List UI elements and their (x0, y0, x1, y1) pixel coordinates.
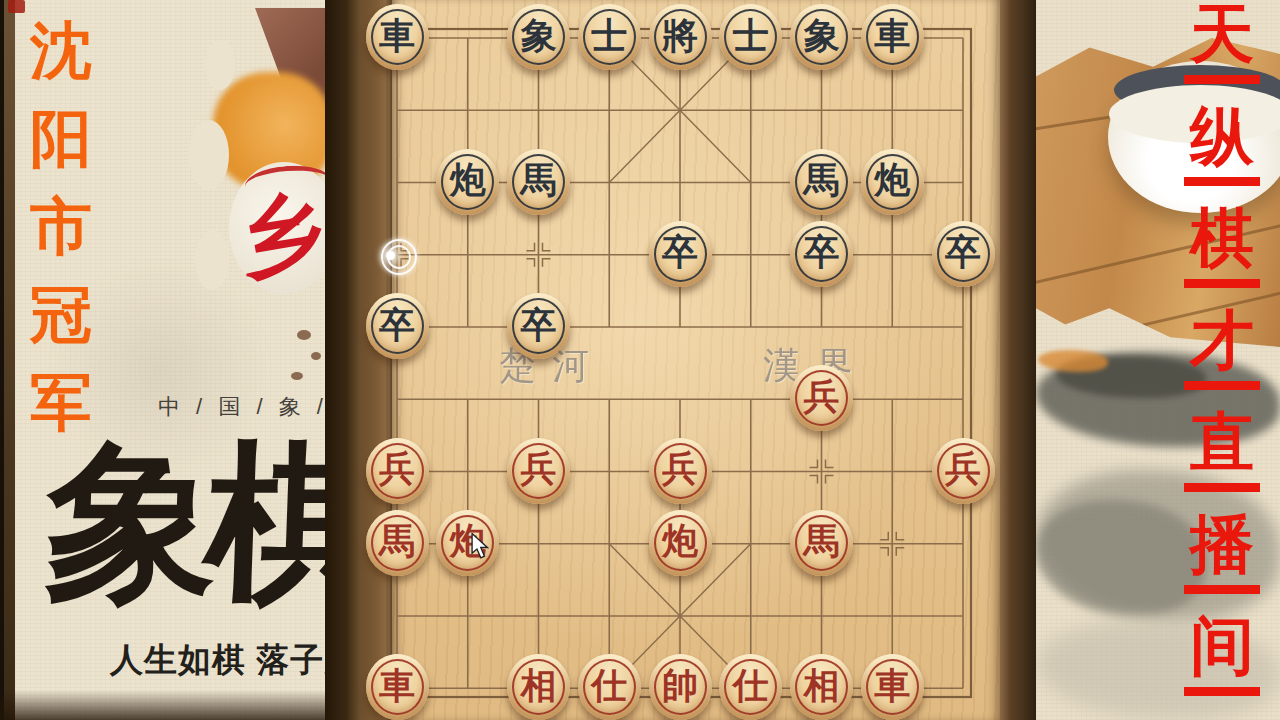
pieces-layer: 車象士將士象車炮馬馬炮卒卒卒卒卒兵兵兵兵兵馬炮炮馬車相仕帥仕相車 (0, 0, 1280, 720)
piece-glyph: 仕 (591, 668, 627, 707)
piece-glyph: 兵 (945, 451, 981, 490)
piece-glyph: 卒 (945, 234, 981, 273)
piece-red-兵[interactable]: 兵 (366, 438, 429, 504)
piece-glyph: 仕 (733, 668, 769, 707)
piece-glyph: 士 (733, 18, 769, 57)
piece-black-將[interactable]: 將 (649, 4, 712, 70)
piece-glyph: 兵 (521, 451, 557, 490)
piece-black-車[interactable]: 車 (861, 4, 924, 70)
piece-glyph: 車 (379, 668, 415, 707)
piece-glyph: 卒 (521, 307, 557, 346)
piece-glyph: 士 (591, 18, 627, 57)
piece-black-卒[interactable]: 卒 (932, 221, 995, 287)
piece-black-象[interactable]: 象 (790, 4, 853, 70)
piece-glyph: 兵 (379, 451, 415, 490)
piece-black-馬[interactable]: 馬 (790, 149, 853, 215)
piece-red-馬[interactable]: 馬 (790, 510, 853, 576)
stage: 乡 沈阳市冠军 中 / 国 / 象 / 象棋 人生如棋 落子无悔 (0, 0, 1280, 720)
piece-red-兵[interactable]: 兵 (649, 438, 712, 504)
piece-black-象[interactable]: 象 (507, 4, 570, 70)
piece-red-仕[interactable]: 仕 (719, 654, 782, 720)
piece-glyph: 炮 (874, 162, 910, 201)
piece-black-馬[interactable]: 馬 (507, 149, 570, 215)
piece-glyph: 兵 (804, 379, 840, 418)
piece-black-車[interactable]: 車 (366, 4, 429, 70)
piece-black-士[interactable]: 士 (578, 4, 641, 70)
piece-red-兵[interactable]: 兵 (507, 438, 570, 504)
piece-red-車[interactable]: 車 (861, 654, 924, 720)
piece-black-卒[interactable]: 卒 (649, 221, 712, 287)
piece-red-炮[interactable]: 炮 (649, 510, 712, 576)
piece-red-馬[interactable]: 馬 (366, 510, 429, 576)
mouse-cursor (471, 533, 489, 559)
piece-red-車[interactable]: 車 (366, 654, 429, 720)
piece-glyph: 炮 (662, 523, 698, 562)
piece-glyph: 馬 (521, 162, 557, 201)
piece-glyph: 將 (662, 18, 698, 57)
last-move-marker-glow (386, 251, 395, 260)
piece-glyph: 兵 (662, 451, 698, 490)
piece-glyph: 相 (521, 668, 557, 707)
piece-red-兵[interactable]: 兵 (790, 365, 853, 431)
piece-black-卒[interactable]: 卒 (366, 293, 429, 359)
piece-glyph: 卒 (379, 307, 415, 346)
piece-glyph: 象 (521, 18, 557, 57)
piece-red-相[interactable]: 相 (507, 654, 570, 720)
piece-glyph: 馬 (804, 523, 840, 562)
piece-black-炮[interactable]: 炮 (436, 149, 499, 215)
piece-glyph: 馬 (804, 162, 840, 201)
piece-black-士[interactable]: 士 (719, 4, 782, 70)
piece-red-相[interactable]: 相 (790, 654, 853, 720)
piece-red-炮[interactable]: 炮 (436, 510, 499, 576)
piece-black-卒[interactable]: 卒 (790, 221, 853, 287)
piece-black-炮[interactable]: 炮 (861, 149, 924, 215)
piece-glyph: 帥 (662, 668, 698, 707)
piece-glyph: 車 (874, 668, 910, 707)
piece-glyph: 象 (804, 18, 840, 57)
piece-glyph: 車 (379, 18, 415, 57)
piece-red-帥[interactable]: 帥 (649, 654, 712, 720)
piece-red-兵[interactable]: 兵 (932, 438, 995, 504)
piece-glyph: 卒 (662, 234, 698, 273)
piece-glyph: 卒 (804, 234, 840, 273)
piece-glyph: 相 (804, 668, 840, 707)
piece-glyph: 炮 (450, 162, 486, 201)
piece-glyph: 馬 (379, 523, 415, 562)
piece-black-卒[interactable]: 卒 (507, 293, 570, 359)
piece-glyph: 車 (874, 18, 910, 57)
piece-red-仕[interactable]: 仕 (578, 654, 641, 720)
